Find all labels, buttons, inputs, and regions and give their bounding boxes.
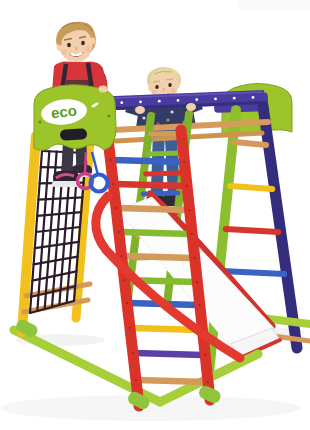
product-photo: eco <box>0 0 310 430</box>
child-left-hand <box>99 86 108 93</box>
backdrop-seam <box>238 0 310 10</box>
play-structure-scene: eco <box>0 0 310 430</box>
panel-handle-hole <box>60 128 88 140</box>
eco-panel: eco <box>34 85 116 151</box>
eco-label: eco <box>50 101 78 121</box>
